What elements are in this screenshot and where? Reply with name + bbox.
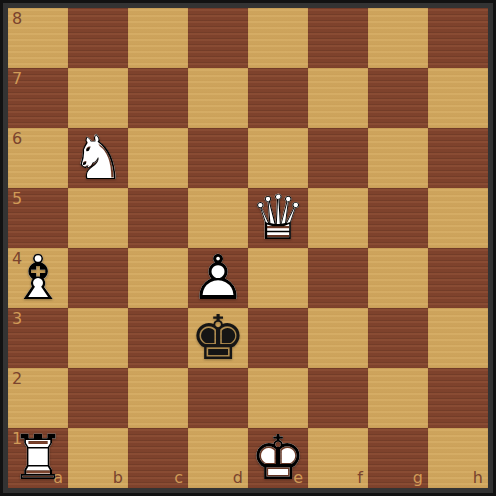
square-a1[interactable]: 1a♜♖ — [8, 428, 68, 488]
rank-label-2: 2 — [12, 371, 22, 387]
white-pawn-outline-icon: ♙ — [188, 248, 248, 308]
square-b3[interactable] — [68, 308, 128, 368]
square-g7[interactable] — [368, 68, 428, 128]
square-h4[interactable] — [428, 248, 488, 308]
rank-label-8: 8 — [12, 11, 22, 27]
square-d3[interactable]: ♚ — [188, 308, 248, 368]
square-c3[interactable] — [128, 308, 188, 368]
square-a8[interactable]: 8 — [8, 8, 68, 68]
square-b8[interactable] — [68, 8, 128, 68]
square-h6[interactable] — [428, 128, 488, 188]
white-queen-outline-icon: ♕ — [248, 188, 308, 248]
square-g1[interactable]: g — [368, 428, 428, 488]
square-b6[interactable]: ♞♘ — [68, 128, 128, 188]
square-g5[interactable] — [368, 188, 428, 248]
square-d4[interactable]: ♟♙ — [188, 248, 248, 308]
square-g3[interactable] — [368, 308, 428, 368]
square-e6[interactable] — [248, 128, 308, 188]
white-king-outline-icon: ♔ — [248, 428, 308, 488]
square-d5[interactable] — [188, 188, 248, 248]
square-a7[interactable]: 7 — [8, 68, 68, 128]
square-a5[interactable]: 5 — [8, 188, 68, 248]
square-f5[interactable] — [308, 188, 368, 248]
file-label-c: c — [174, 470, 183, 486]
square-d6[interactable] — [188, 128, 248, 188]
square-c5[interactable] — [128, 188, 188, 248]
square-a2[interactable]: 2 — [8, 368, 68, 428]
square-e7[interactable] — [248, 68, 308, 128]
piece-white-bishop[interactable]: ♝♗ — [8, 248, 68, 308]
white-knight-outline-icon: ♘ — [68, 128, 128, 188]
file-label-f: f — [357, 470, 363, 486]
file-label-g: g — [413, 470, 423, 486]
file-label-b: b — [113, 470, 123, 486]
piece-white-rook[interactable]: ♜♖ — [8, 428, 68, 488]
square-g4[interactable] — [368, 248, 428, 308]
square-g6[interactable] — [368, 128, 428, 188]
square-h7[interactable] — [428, 68, 488, 128]
square-e2[interactable] — [248, 368, 308, 428]
square-a6[interactable]: 6 — [8, 128, 68, 188]
square-e5[interactable]: ♛♕ — [248, 188, 308, 248]
square-f4[interactable] — [308, 248, 368, 308]
square-e3[interactable] — [248, 308, 308, 368]
piece-white-king[interactable]: ♚♔ — [248, 428, 308, 488]
square-b4[interactable] — [68, 248, 128, 308]
square-d1[interactable]: d — [188, 428, 248, 488]
square-h3[interactable] — [428, 308, 488, 368]
square-c4[interactable] — [128, 248, 188, 308]
square-h2[interactable] — [428, 368, 488, 428]
piece-white-knight[interactable]: ♞♘ — [68, 128, 128, 188]
square-h1[interactable]: h — [428, 428, 488, 488]
file-label-d: d — [233, 470, 243, 486]
square-h8[interactable] — [428, 8, 488, 68]
square-f8[interactable] — [308, 8, 368, 68]
rank-label-5: 5 — [12, 191, 22, 207]
rank-label-7: 7 — [12, 71, 22, 87]
square-c1[interactable]: c — [128, 428, 188, 488]
white-bishop-outline-icon: ♗ — [8, 248, 68, 308]
square-b1[interactable]: b — [68, 428, 128, 488]
square-c2[interactable] — [128, 368, 188, 428]
square-c6[interactable] — [128, 128, 188, 188]
chess-board: 876♞♘5♛♕4♝♗♟♙3♚21a♜♖bcde♚♔fgh — [8, 8, 488, 488]
square-h5[interactable] — [428, 188, 488, 248]
square-d2[interactable] — [188, 368, 248, 428]
square-b5[interactable] — [68, 188, 128, 248]
square-b2[interactable] — [68, 368, 128, 428]
board-frame: 876♞♘5♛♕4♝♗♟♙3♚21a♜♖bcde♚♔fgh — [0, 0, 496, 496]
square-b7[interactable] — [68, 68, 128, 128]
square-e1[interactable]: e♚♔ — [248, 428, 308, 488]
piece-white-pawn[interactable]: ♟♙ — [188, 248, 248, 308]
square-g2[interactable] — [368, 368, 428, 428]
square-e8[interactable] — [248, 8, 308, 68]
square-a4[interactable]: 4♝♗ — [8, 248, 68, 308]
square-f6[interactable] — [308, 128, 368, 188]
square-d7[interactable] — [188, 68, 248, 128]
square-a3[interactable]: 3 — [8, 308, 68, 368]
square-c7[interactable] — [128, 68, 188, 128]
rank-label-6: 6 — [12, 131, 22, 147]
piece-white-queen[interactable]: ♛♕ — [248, 188, 308, 248]
square-f7[interactable] — [308, 68, 368, 128]
black-king-icon: ♚ — [188, 308, 248, 368]
square-c8[interactable] — [128, 8, 188, 68]
square-g8[interactable] — [368, 8, 428, 68]
file-label-h: h — [473, 470, 483, 486]
square-e4[interactable] — [248, 248, 308, 308]
square-f3[interactable] — [308, 308, 368, 368]
square-f1[interactable]: f — [308, 428, 368, 488]
square-f2[interactable] — [308, 368, 368, 428]
white-rook-outline-icon: ♖ — [8, 428, 68, 488]
piece-black-king[interactable]: ♚ — [188, 308, 248, 368]
square-d8[interactable] — [188, 8, 248, 68]
